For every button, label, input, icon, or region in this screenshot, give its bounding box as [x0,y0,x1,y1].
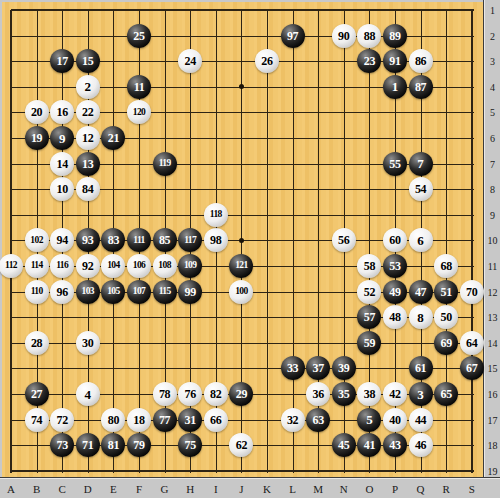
stone-white-70[interactable]: 70 [460,280,484,304]
stone-black-107[interactable]: 107 [127,280,151,304]
row-label-2: 2 [484,31,500,42]
stone-white-114[interactable]: 114 [25,254,49,278]
column-label-F: F [129,483,149,495]
stone-white-20[interactable]: 20 [25,100,49,124]
stone-black-97[interactable]: 97 [281,24,305,48]
row-label-5: 5 [484,107,500,118]
stone-white-28[interactable]: 28 [25,331,49,355]
grid-line-horizontal [11,215,474,216]
stone-black-103[interactable]: 103 [76,280,100,304]
stone-white-118[interactable]: 118 [204,203,228,227]
row-label-8: 8 [484,184,500,195]
stone-white-92[interactable]: 92 [76,254,100,278]
column-label-J: J [231,483,251,495]
column-label-N: N [334,483,354,495]
grid-line-vertical [267,10,268,473]
stone-black-19[interactable]: 19 [25,126,49,150]
stone-white-102[interactable]: 102 [25,228,49,252]
row-label-6: 6 [484,133,500,144]
row-label-11: 11 [484,261,500,272]
stone-black-79[interactable]: 79 [127,433,151,457]
stone-white-4[interactable]: 4 [76,382,100,406]
stone-white-100[interactable]: 100 [229,280,253,304]
stone-white-14[interactable]: 14 [50,152,74,176]
stone-white-36[interactable]: 36 [306,382,330,406]
stone-white-42[interactable]: 42 [383,382,407,406]
stone-black-87[interactable]: 87 [409,75,433,99]
column-label-P: P [385,483,405,495]
stone-white-54[interactable]: 54 [409,177,433,201]
stone-black-47[interactable]: 47 [409,280,433,304]
row-label-13: 13 [484,312,500,323]
stone-black-119[interactable]: 119 [153,152,177,176]
column-label-D: D [78,483,98,495]
stone-black-51[interactable]: 51 [434,280,458,304]
star-point [239,238,244,243]
stone-white-64[interactable]: 64 [460,331,484,355]
row-label-10: 10 [484,235,500,246]
stone-white-30[interactable]: 30 [76,331,100,355]
stone-white-90[interactable]: 90 [332,24,356,48]
stone-white-8[interactable]: 8 [409,305,433,329]
grid-line-horizontal [11,470,474,472]
stone-black-109[interactable]: 109 [178,254,202,278]
stone-black-55[interactable]: 55 [383,152,407,176]
stone-black-25[interactable]: 25 [127,24,151,48]
column-label-C: C [52,483,72,495]
stone-black-91[interactable]: 91 [383,49,407,73]
stone-black-85[interactable]: 85 [153,228,177,252]
stone-white-2[interactable]: 2 [76,75,100,99]
stone-white-40[interactable]: 40 [383,408,407,432]
stone-black-77[interactable]: 77 [153,408,177,432]
grid-line-vertical [471,10,473,473]
stone-white-88[interactable]: 88 [357,24,381,48]
stone-black-9[interactable]: 9 [50,126,74,150]
stone-black-43[interactable]: 43 [383,433,407,457]
row-label-19: 19 [484,466,500,477]
column-label-I: I [206,483,226,495]
stone-white-76[interactable]: 76 [178,382,202,406]
column-label-S: S [462,483,482,495]
column-label-L: L [283,483,303,495]
stone-white-74[interactable]: 74 [25,408,49,432]
stone-white-18[interactable]: 18 [127,408,151,432]
stone-black-1[interactable]: 1 [383,75,407,99]
stone-white-44[interactable]: 44 [409,408,433,432]
stone-white-108[interactable]: 108 [153,254,177,278]
row-label-9: 9 [484,210,500,221]
stone-black-71[interactable]: 71 [76,433,100,457]
stone-white-46[interactable]: 46 [409,433,433,457]
row-label-15: 15 [484,363,500,374]
row-label-3: 3 [484,56,500,67]
row-label-1: 1 [484,5,500,16]
stone-black-89[interactable]: 89 [383,24,407,48]
row-label-18: 18 [484,440,500,451]
stone-black-15[interactable]: 15 [76,49,100,73]
stone-black-45[interactable]: 45 [332,433,356,457]
column-label-A: A [1,483,21,495]
stone-white-112[interactable]: 112 [0,254,23,278]
stone-white-106[interactable]: 106 [127,254,151,278]
stone-white-72[interactable]: 72 [50,408,74,432]
stone-black-53[interactable]: 53 [383,254,407,278]
stone-black-99[interactable]: 99 [178,280,202,304]
column-label-M: M [308,483,328,495]
stone-black-7[interactable]: 7 [409,152,433,176]
stone-black-3[interactable]: 3 [409,382,433,406]
row-label-7: 7 [484,159,500,170]
stone-white-12[interactable]: 12 [76,126,100,150]
row-label-16: 16 [484,389,500,400]
stone-white-52[interactable]: 52 [357,280,381,304]
stone-black-11[interactable]: 11 [127,75,151,99]
stone-white-78[interactable]: 78 [153,382,177,406]
stone-black-13[interactable]: 13 [76,152,100,176]
stone-white-110[interactable]: 110 [25,280,49,304]
stone-white-6[interactable]: 6 [409,228,433,252]
grid-line-horizontal [11,9,474,11]
stone-black-105[interactable]: 105 [101,280,125,304]
go-game-record-screen: 12345678910111213141516171819 ABCDEFGHIJ… [0,0,500,498]
stone-white-116[interactable]: 116 [50,254,74,278]
stone-white-96[interactable]: 96 [50,280,74,304]
stone-black-115[interactable]: 115 [153,280,177,304]
stone-white-66[interactable]: 66 [204,408,228,432]
column-label-O: O [359,483,379,495]
column-label-K: K [257,483,277,495]
row-label-12: 12 [484,287,500,298]
grid-line-vertical [10,10,12,473]
row-coordinate-strip: 12345678910111213141516171819 [483,0,500,498]
stone-white-48[interactable]: 48 [383,305,407,329]
stone-black-61[interactable]: 61 [409,356,433,380]
stone-white-68[interactable]: 68 [434,254,458,278]
stone-white-80[interactable]: 80 [101,408,125,432]
row-label-14: 14 [484,338,500,349]
stone-white-86[interactable]: 86 [409,49,433,73]
stone-black-63[interactable]: 63 [306,408,330,432]
column-label-B: B [27,483,47,495]
stone-black-27[interactable]: 27 [25,382,49,406]
column-coordinate-strip: ABCDEFGHIJKLMNOPQRS [0,477,500,498]
stone-black-31[interactable]: 31 [178,408,202,432]
stone-black-5[interactable]: 5 [357,408,381,432]
stone-white-84[interactable]: 84 [76,177,100,201]
stone-black-35[interactable]: 35 [332,382,356,406]
stone-white-82[interactable]: 82 [204,382,228,406]
column-label-Q: Q [411,483,431,495]
stone-black-65[interactable]: 65 [434,382,458,406]
grid-line-horizontal [11,368,474,369]
stone-white-26[interactable]: 26 [255,49,279,73]
row-label-17: 17 [484,415,500,426]
column-label-G: G [155,483,175,495]
grid-line-vertical [293,10,294,473]
stone-black-69[interactable]: 69 [434,331,458,355]
row-label-4: 4 [484,82,500,93]
column-label-H: H [180,483,200,495]
stone-white-32[interactable]: 32 [281,408,305,432]
stone-black-49[interactable]: 49 [383,280,407,304]
stone-black-33[interactable]: 33 [281,356,305,380]
column-label-E: E [103,483,123,495]
column-label-R: R [436,483,456,495]
